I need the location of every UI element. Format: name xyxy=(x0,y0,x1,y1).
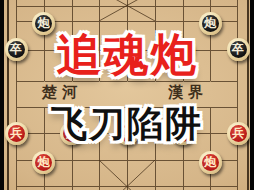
overlay-subtitle: 飞刀陷阱 xyxy=(0,106,254,142)
letterbox-bar-right xyxy=(250,0,254,190)
piece-glyph: 炮 xyxy=(35,15,52,32)
piece-red-cannon[interactable]: 炮 xyxy=(199,151,222,174)
river-label-left: 楚河 xyxy=(42,85,82,100)
piece-glyph: 炮 xyxy=(202,15,219,32)
piece-red-cannon[interactable]: 炮 xyxy=(32,151,55,174)
river-label-right: 漢界 xyxy=(168,85,208,100)
piece-glyph: 炮 xyxy=(35,154,52,171)
letterbox-bar-left xyxy=(0,0,4,190)
video-thumbnail[interactable]: 楚河 漢界 炮炮卒卒卒卒卒兵兵兵兵兵炮炮 追魂炮 飞刀陷阱 xyxy=(0,0,254,190)
piece-glyph: 炮 xyxy=(202,154,219,171)
overlay-title: 追魂炮 xyxy=(0,32,254,77)
